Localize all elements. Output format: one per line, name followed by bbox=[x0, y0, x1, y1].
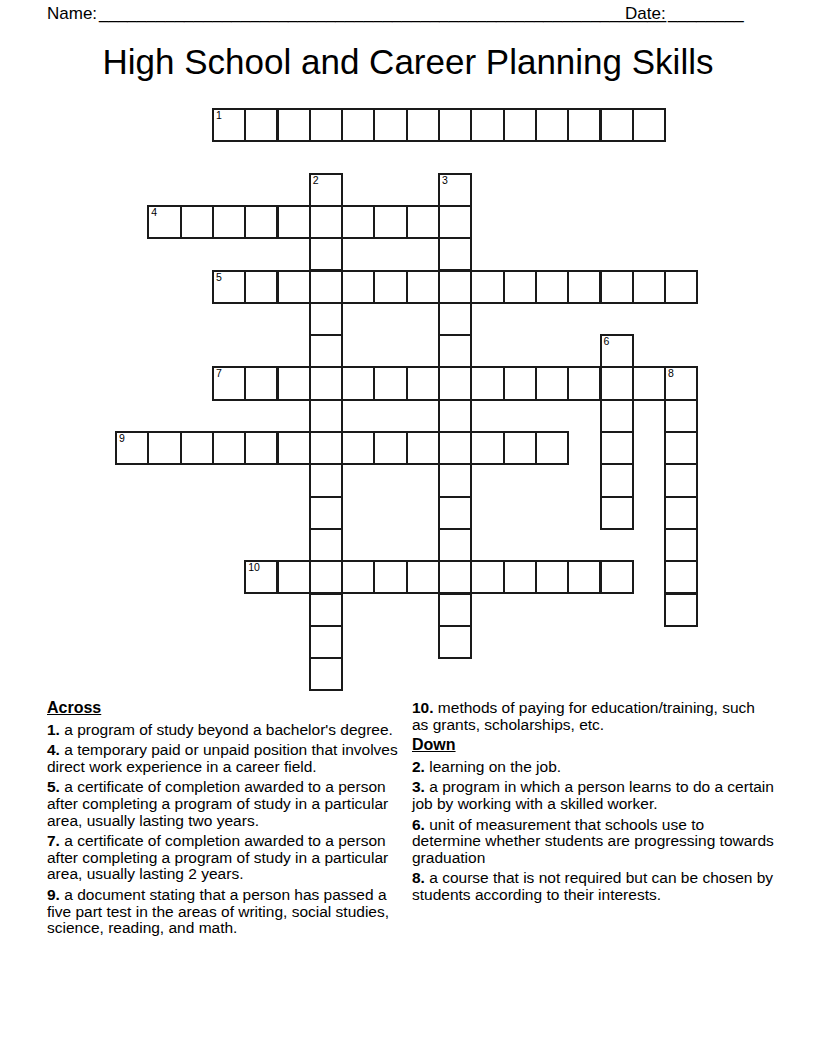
grid-cell[interactable] bbox=[664, 270, 698, 304]
grid-cell[interactable] bbox=[438, 528, 472, 562]
grid-cell[interactable] bbox=[567, 270, 601, 304]
grid-cell[interactable] bbox=[341, 366, 375, 400]
grid-cell[interactable] bbox=[664, 593, 698, 627]
clue-number: 3 bbox=[442, 175, 448, 186]
grid-cell[interactable] bbox=[180, 431, 214, 465]
grid-cell[interactable] bbox=[244, 270, 278, 304]
grid-cell[interactable] bbox=[309, 431, 343, 465]
grid-cell[interactable] bbox=[277, 108, 311, 142]
grid-cell[interactable] bbox=[632, 366, 666, 400]
grid-cell[interactable] bbox=[503, 560, 537, 594]
grid-cell[interactable] bbox=[664, 399, 698, 433]
clue-item-9: 9. a document stating that a person has … bbox=[47, 887, 414, 937]
grid-cell[interactable] bbox=[600, 270, 634, 304]
grid-cell[interactable] bbox=[309, 237, 343, 271]
grid-cell[interactable] bbox=[277, 270, 311, 304]
grid-cell[interactable] bbox=[535, 108, 569, 142]
grid-cell[interactable] bbox=[406, 560, 440, 594]
clue-item-8: 8. a course that is not required but can… bbox=[412, 870, 774, 903]
grid-cell[interactable] bbox=[406, 108, 440, 142]
grid-cell[interactable] bbox=[600, 496, 634, 530]
grid-cell[interactable] bbox=[309, 399, 343, 433]
grid-cell[interactable] bbox=[212, 431, 246, 465]
grid-cell[interactable] bbox=[341, 270, 375, 304]
grid-cell[interactable] bbox=[309, 302, 343, 336]
grid-cell[interactable] bbox=[277, 431, 311, 465]
grid-cell[interactable] bbox=[438, 302, 472, 336]
grid-cell[interactable] bbox=[600, 560, 634, 594]
clue-number: 2 bbox=[313, 175, 319, 186]
date-label: Date: bbox=[625, 4, 666, 24]
grid-cell[interactable] bbox=[535, 366, 569, 400]
grid-cell[interactable] bbox=[309, 463, 343, 497]
grid-cell[interactable]: 1 bbox=[212, 108, 246, 142]
grid-cell[interactable] bbox=[438, 431, 472, 465]
grid-cell[interactable] bbox=[244, 108, 278, 142]
grid-cell[interactable] bbox=[277, 560, 311, 594]
grid-cell[interactable] bbox=[438, 108, 472, 142]
grid-cell[interactable] bbox=[470, 560, 504, 594]
grid-cell[interactable] bbox=[309, 657, 343, 691]
grid-cell[interactable] bbox=[470, 270, 504, 304]
grid-cell[interactable] bbox=[341, 108, 375, 142]
grid-cell[interactable] bbox=[600, 366, 634, 400]
grid-cell[interactable] bbox=[438, 237, 472, 271]
grid-cell[interactable] bbox=[664, 431, 698, 465]
clue-heading-across: Across bbox=[47, 700, 414, 717]
grid-cell[interactable]: 9 bbox=[115, 431, 149, 465]
grid-cell[interactable] bbox=[406, 205, 440, 239]
name-label: Name: bbox=[47, 4, 97, 24]
grid-cell[interactable] bbox=[180, 205, 214, 239]
grid-cell[interactable] bbox=[438, 205, 472, 239]
grid-cell[interactable] bbox=[438, 560, 472, 594]
grid-cell[interactable] bbox=[438, 593, 472, 627]
clue-number: 7 bbox=[216, 368, 222, 379]
page-title: High School and Career Planning Skills bbox=[0, 42, 816, 82]
clue-item-4: 4. a temporary paid or unpaid position t… bbox=[47, 742, 414, 775]
grid-cell[interactable] bbox=[244, 205, 278, 239]
grid-cell[interactable] bbox=[341, 205, 375, 239]
grid-cell[interactable] bbox=[406, 431, 440, 465]
clues-right-column: 10. methods of paying for education/trai… bbox=[412, 700, 774, 908]
crossword-grid: 12345678910 bbox=[116, 109, 700, 693]
grid-cell[interactable]: 4 bbox=[147, 205, 181, 239]
grid-cell[interactable] bbox=[470, 431, 504, 465]
grid-cell[interactable]: 10 bbox=[244, 560, 278, 594]
grid-cell[interactable] bbox=[406, 366, 440, 400]
grid-cell[interactable] bbox=[567, 560, 601, 594]
clue-item-3: 3. a program in which a person learns to… bbox=[412, 779, 774, 812]
grid-cell[interactable] bbox=[406, 270, 440, 304]
grid-cell[interactable] bbox=[600, 431, 634, 465]
grid-cell[interactable] bbox=[664, 496, 698, 530]
date-blank-line[interactable]: ________ bbox=[668, 4, 744, 24]
clue-item-1: 1. a program of study beyond a bachelor'… bbox=[47, 722, 414, 739]
clues-left-column: Across1. a program of study beyond a bac… bbox=[47, 700, 414, 941]
grid-cell[interactable] bbox=[535, 560, 569, 594]
grid-cell[interactable] bbox=[503, 108, 537, 142]
grid-cell[interactable] bbox=[309, 593, 343, 627]
grid-cell[interactable] bbox=[309, 270, 343, 304]
grid-cell[interactable] bbox=[309, 625, 343, 659]
grid-cell[interactable] bbox=[147, 431, 181, 465]
grid-cell[interactable] bbox=[341, 560, 375, 594]
clue-item-6: 6. unit of measurement that schools use … bbox=[412, 817, 774, 867]
grid-cell[interactable] bbox=[373, 431, 407, 465]
grid-cell[interactable] bbox=[470, 366, 504, 400]
grid-cell[interactable]: 2 bbox=[309, 173, 343, 207]
clue-number: 10 bbox=[248, 562, 260, 573]
grid-cell[interactable] bbox=[309, 205, 343, 239]
grid-cell[interactable] bbox=[341, 431, 375, 465]
grid-cell[interactable] bbox=[535, 431, 569, 465]
grid-cell[interactable] bbox=[664, 528, 698, 562]
grid-cell[interactable] bbox=[244, 366, 278, 400]
grid-cell[interactable] bbox=[373, 108, 407, 142]
grid-cell[interactable]: 6 bbox=[600, 334, 634, 368]
grid-cell[interactable] bbox=[470, 108, 504, 142]
grid-cell[interactable] bbox=[567, 108, 601, 142]
name-blank-line[interactable]: ________________________________________… bbox=[99, 4, 666, 24]
clue-number: 4 bbox=[151, 207, 157, 218]
clue-item-2: 2. learning on the job. bbox=[412, 759, 774, 776]
grid-cell[interactable] bbox=[309, 528, 343, 562]
grid-cell[interactable] bbox=[438, 334, 472, 368]
grid-cell[interactable] bbox=[373, 270, 407, 304]
grid-cell[interactable] bbox=[664, 463, 698, 497]
grid-cell[interactable] bbox=[373, 366, 407, 400]
grid-cell[interactable] bbox=[567, 366, 601, 400]
clue-number: 8 bbox=[668, 368, 674, 379]
clue-item-5: 5. a certificate of completion awarded t… bbox=[47, 779, 414, 829]
grid-cell[interactable] bbox=[600, 463, 634, 497]
grid-cell[interactable] bbox=[438, 625, 472, 659]
clue-number: 1 bbox=[216, 110, 222, 121]
grid-cell[interactable] bbox=[277, 205, 311, 239]
grid-cell[interactable] bbox=[244, 431, 278, 465]
clue-item-7: 7. a certificate of completion awarded t… bbox=[47, 833, 414, 883]
grid-cell[interactable] bbox=[309, 560, 343, 594]
grid-cell[interactable] bbox=[632, 108, 666, 142]
grid-cell[interactable] bbox=[438, 270, 472, 304]
grid-cell[interactable] bbox=[632, 270, 666, 304]
grid-cell[interactable] bbox=[503, 270, 537, 304]
grid-cell[interactable] bbox=[309, 496, 343, 530]
grid-cell[interactable] bbox=[373, 205, 407, 239]
grid-cell[interactable]: 5 bbox=[212, 270, 246, 304]
grid-cell[interactable] bbox=[212, 205, 246, 239]
clue-number: 5 bbox=[216, 272, 222, 283]
grid-cell[interactable] bbox=[277, 366, 311, 400]
clue-heading-down: Down bbox=[412, 737, 774, 754]
clue-number: 6 bbox=[604, 336, 610, 347]
grid-cell[interactable] bbox=[600, 399, 634, 433]
grid-cell[interactable] bbox=[503, 431, 537, 465]
grid-cell[interactable] bbox=[438, 496, 472, 530]
grid-cell[interactable] bbox=[309, 334, 343, 368]
grid-cell[interactable] bbox=[309, 366, 343, 400]
grid-cell[interactable] bbox=[438, 399, 472, 433]
grid-cell[interactable] bbox=[535, 270, 569, 304]
clue-number: 9 bbox=[119, 433, 125, 444]
grid-cell[interactable] bbox=[503, 366, 537, 400]
grid-cell[interactable]: 8 bbox=[664, 366, 698, 400]
grid-cell[interactable] bbox=[438, 463, 472, 497]
grid-cell[interactable] bbox=[600, 108, 634, 142]
grid-cell[interactable]: 3 bbox=[438, 173, 472, 207]
grid-cell[interactable] bbox=[664, 560, 698, 594]
grid-cell[interactable] bbox=[309, 108, 343, 142]
grid-cell[interactable] bbox=[438, 366, 472, 400]
grid-cell[interactable]: 7 bbox=[212, 366, 246, 400]
grid-cell[interactable] bbox=[373, 560, 407, 594]
clue-item-10: 10. methods of paying for education/trai… bbox=[412, 700, 774, 733]
